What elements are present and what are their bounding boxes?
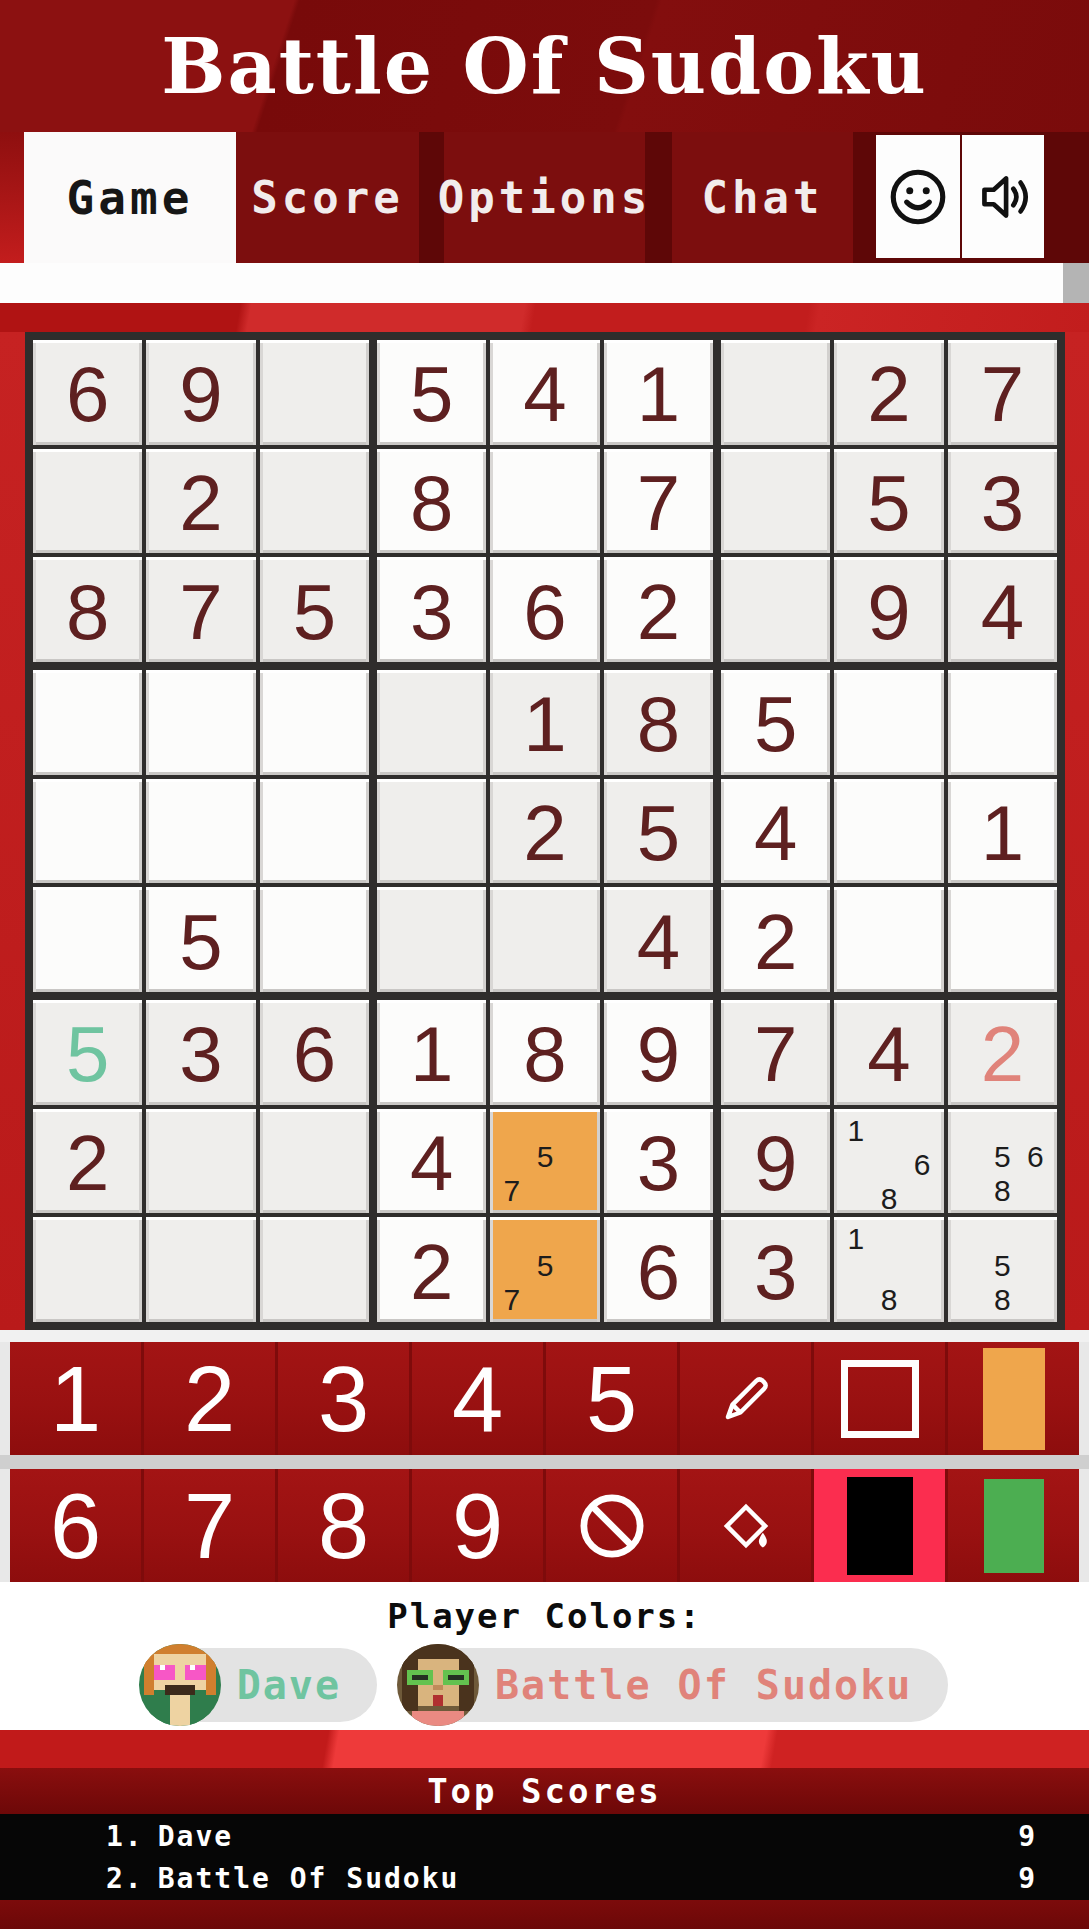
cell-value: 6 xyxy=(66,355,109,433)
pencil-mark-7: 7 xyxy=(495,1283,528,1317)
cell-r4c1[interactable] xyxy=(33,670,142,775)
cell-r3c7[interactable] xyxy=(721,557,830,662)
score-value: 9 xyxy=(1018,1820,1037,1853)
cell-r2c2[interactable]: 2 xyxy=(146,449,255,554)
paint-drop-icon xyxy=(710,1490,782,1562)
green-color-button[interactable] xyxy=(948,1469,1079,1582)
cell-r1c6[interactable]: 1 xyxy=(604,340,713,445)
score-row-2: 2. Battle Of Sudoku 9 xyxy=(0,1859,1089,1897)
pad-digit-6-label: 6 xyxy=(50,1480,101,1572)
cell-r6c2[interactable]: 5 xyxy=(146,887,255,992)
cell-r2c6[interactable]: 7 xyxy=(604,449,713,554)
pencil-mark-8: 8 xyxy=(986,1174,1019,1208)
cell-r5c9[interactable]: 1 xyxy=(948,779,1057,884)
pad-digit-8-button[interactable]: 8 xyxy=(278,1469,412,1582)
clear-highlight-button[interactable] xyxy=(814,1342,948,1455)
cell-r7c2[interactable]: 3 xyxy=(146,1000,255,1105)
cell-r9c6[interactable]: 6 xyxy=(604,1217,713,1322)
cell-r4c8[interactable] xyxy=(834,670,943,775)
top-scores-title: Top Scores xyxy=(0,1768,1089,1814)
cell-r4c3[interactable] xyxy=(260,670,369,775)
pencil-mark-8: 8 xyxy=(872,1182,905,1216)
cell-value: 7 xyxy=(179,573,222,651)
green-color-swatch xyxy=(984,1479,1044,1573)
board-block-3-1: 5362 xyxy=(33,1000,369,1322)
player-colors-heading: Player Colors: xyxy=(0,1582,1089,1636)
board-block-1-2: 54187362 xyxy=(377,340,713,662)
number-pad-row-1: 1 2 3 4 5 xyxy=(0,1342,1089,1455)
cell-value: 3 xyxy=(981,464,1024,542)
cell-r7c5[interactable]: 8 xyxy=(490,1000,599,1105)
cell-r9c9[interactable]: 58 xyxy=(948,1217,1057,1322)
cell-r2c3[interactable] xyxy=(260,449,369,554)
player-name-dave: Dave xyxy=(237,1662,341,1708)
cell-r5c4[interactable] xyxy=(377,779,486,884)
score-rank: 2. xyxy=(106,1862,144,1895)
cell-value: 7 xyxy=(981,355,1024,433)
cell-value: 5 xyxy=(179,903,222,981)
cell-r5c1[interactable] xyxy=(33,779,142,884)
pencil-mark-1: 1 xyxy=(839,1222,872,1256)
cell-r9c8[interactable]: 18 xyxy=(834,1217,943,1322)
tab-game[interactable]: Game xyxy=(24,132,236,263)
cell-value: 1 xyxy=(981,794,1024,872)
cell-value: 2 xyxy=(66,1124,109,1202)
player-badges-row: Dave xyxy=(0,1648,1089,1722)
cell-r5c6[interactable]: 5 xyxy=(604,779,713,884)
cell-r7c8[interactable]: 4 xyxy=(834,1000,943,1105)
cell-r3c2[interactable]: 7 xyxy=(146,557,255,662)
orange-highlight-button[interactable] xyxy=(948,1342,1079,1455)
cell-r4c4[interactable] xyxy=(377,670,486,775)
cell-r3c1[interactable]: 8 xyxy=(33,557,142,662)
cell-value: 5 xyxy=(867,464,910,542)
scrollbar-fragment xyxy=(1063,263,1089,303)
cell-r8c5[interactable]: 57 xyxy=(490,1109,599,1214)
tabbar-spacer xyxy=(853,132,876,263)
cell-r7c4[interactable]: 1 xyxy=(377,1000,486,1105)
pencil-marks: 57 xyxy=(495,1222,594,1317)
pad-digit-4-button[interactable]: 4 xyxy=(412,1342,546,1455)
emote-smiley-button[interactable] xyxy=(876,135,960,258)
cell-value: 4 xyxy=(754,794,797,872)
cell-r8c7[interactable]: 9 xyxy=(721,1109,830,1214)
erase-cell-button[interactable] xyxy=(546,1469,680,1582)
cell-r2c7[interactable] xyxy=(721,449,830,554)
cell-r4c9[interactable] xyxy=(948,670,1057,775)
pencil-mark-7: 7 xyxy=(495,1174,528,1208)
cell-value: 3 xyxy=(754,1233,797,1311)
smiley-face-icon xyxy=(885,164,951,230)
cell-r6c1[interactable] xyxy=(33,887,142,992)
cell-value: 3 xyxy=(410,573,453,651)
cell-value: 1 xyxy=(637,355,680,433)
cell-r3c6[interactable]: 2 xyxy=(604,557,713,662)
cell-r3c9[interactable]: 4 xyxy=(948,557,1057,662)
cell-r2c8[interactable]: 5 xyxy=(834,449,943,554)
cell-value: 2 xyxy=(523,794,566,872)
pad-digit-1-label: 1 xyxy=(50,1353,101,1445)
pencil-marks: 58 xyxy=(953,1222,1052,1317)
page-title: Battle Of Sudoku xyxy=(161,22,928,111)
pencil-mark-5: 5 xyxy=(528,1249,561,1283)
cell-r3c4[interactable]: 3 xyxy=(377,557,486,662)
cell-value: 6 xyxy=(637,1233,680,1311)
tabbar-left-accent xyxy=(0,132,24,263)
sound-toggle-button[interactable] xyxy=(962,135,1044,258)
player-badge-dave: Dave xyxy=(141,1648,377,1722)
player-name-opponent: Battle Of Sudoku xyxy=(495,1662,912,1708)
cell-r7c3[interactable]: 6 xyxy=(260,1000,369,1105)
cell-r3c5[interactable]: 6 xyxy=(490,557,599,662)
orange-color-swatch xyxy=(983,1348,1045,1450)
pencil-marks: 168 xyxy=(839,1114,938,1209)
board-block-3-3: 742916856831858 xyxy=(721,1000,1057,1322)
cell-value: 4 xyxy=(523,355,566,433)
cell-r9c3[interactable] xyxy=(260,1217,369,1322)
cell-value: 4 xyxy=(981,573,1024,651)
cell-r6c5[interactable] xyxy=(490,887,599,992)
cell-r5c2[interactable] xyxy=(146,779,255,884)
cell-value: 7 xyxy=(754,1015,797,1093)
tab-chat[interactable]: Chat xyxy=(672,132,853,263)
cell-r3c3[interactable]: 5 xyxy=(260,557,369,662)
cell-r6c6[interactable]: 4 xyxy=(604,887,713,992)
board-block-3-2: 18945732576 xyxy=(377,1000,713,1322)
cell-value: 5 xyxy=(66,1015,109,1093)
cell-r4c6[interactable]: 8 xyxy=(604,670,713,775)
pad-digit-9-label: 9 xyxy=(452,1480,503,1572)
score-player-name: Battle Of Sudoku xyxy=(158,1862,460,1895)
number-pad-row-2: 6 7 8 9 xyxy=(0,1469,1089,1582)
app-header: Battle Of Sudoku xyxy=(0,0,1089,132)
pad-rows-gap xyxy=(0,1455,1089,1469)
cell-value: 9 xyxy=(754,1124,797,1202)
cell-value: 9 xyxy=(179,355,222,433)
cell-value: 4 xyxy=(410,1124,453,1202)
board-area: 6928755418736227539451825454125362189457… xyxy=(0,332,1089,1330)
cell-value: 1 xyxy=(523,685,566,763)
cell-r8c6[interactable]: 3 xyxy=(604,1109,713,1214)
cell-r1c4[interactable]: 5 xyxy=(377,340,486,445)
cell-r8c2[interactable] xyxy=(146,1109,255,1214)
cell-value: 5 xyxy=(293,573,336,651)
cell-value: 9 xyxy=(637,1015,680,1093)
cell-r1c8[interactable]: 2 xyxy=(834,340,943,445)
board-block-2-3: 5412 xyxy=(721,670,1057,992)
cell-r8c4[interactable]: 4 xyxy=(377,1109,486,1214)
pad-digit-2-label: 2 xyxy=(184,1353,235,1445)
cell-value: 2 xyxy=(981,1015,1024,1093)
cell-value: 4 xyxy=(637,903,680,981)
battle-of-sudoku-app: Battle Of Sudoku Game Score Options Chat xyxy=(0,0,1089,1929)
cell-r7c6[interactable]: 9 xyxy=(604,1000,713,1105)
black-color-swatch xyxy=(847,1477,913,1575)
pencil-mark-5: 5 xyxy=(528,1140,561,1174)
pencil-mark-8: 8 xyxy=(986,1283,1019,1317)
pencil-mark-6: 6 xyxy=(1019,1140,1052,1174)
pad-digit-7-button[interactable]: 7 xyxy=(144,1469,278,1582)
top-scores-list: 1. Dave 9 2. Battle Of Sudoku 9 xyxy=(0,1814,1089,1900)
pad-digit-5-button[interactable]: 5 xyxy=(546,1342,680,1455)
cell-r1c3[interactable] xyxy=(260,340,369,445)
score-player-name: Dave xyxy=(158,1820,233,1853)
pad-digit-2-button[interactable]: 2 xyxy=(144,1342,278,1455)
cell-r7c7[interactable]: 7 xyxy=(721,1000,830,1105)
no-entry-icon xyxy=(576,1490,648,1562)
cell-r9c4[interactable]: 2 xyxy=(377,1217,486,1322)
board-pad-gap xyxy=(0,1330,1089,1342)
pencil-marks: 18 xyxy=(839,1222,938,1317)
cell-r4c2[interactable] xyxy=(146,670,255,775)
cell-r5c8[interactable] xyxy=(834,779,943,884)
cell-value: 8 xyxy=(66,573,109,651)
cell-value: 5 xyxy=(754,685,797,763)
pencil-mark-8: 8 xyxy=(872,1283,905,1317)
player-colors-section: Player Colors: xyxy=(0,1582,1089,1730)
cell-r1c7[interactable] xyxy=(721,340,830,445)
cell-r2c1[interactable] xyxy=(33,449,142,554)
pencil-mark-1: 1 xyxy=(839,1114,872,1148)
cell-value: 2 xyxy=(410,1233,453,1311)
cell-r6c9[interactable] xyxy=(948,887,1057,992)
pad-digit-9-button[interactable]: 9 xyxy=(412,1469,546,1582)
cell-value: 4 xyxy=(867,1015,910,1093)
cell-r6c3[interactable] xyxy=(260,887,369,992)
cell-r2c5[interactable] xyxy=(490,449,599,554)
player-badge-opponent: Battle Of Sudoku xyxy=(399,1648,948,1722)
cell-r2c9[interactable]: 3 xyxy=(948,449,1057,554)
cell-r1c9[interactable]: 7 xyxy=(948,340,1057,445)
cell-r8c8[interactable]: 168 xyxy=(834,1109,943,1214)
pad-digit-8-label: 8 xyxy=(318,1480,369,1572)
cell-value: 7 xyxy=(637,464,680,542)
board-block-2-1: 5 xyxy=(33,670,369,992)
pad-digit-4-label: 4 xyxy=(452,1353,503,1445)
score-rank: 1. xyxy=(106,1820,144,1853)
cell-r5c7[interactable]: 4 xyxy=(721,779,830,884)
pad-digit-7-label: 7 xyxy=(184,1480,235,1572)
speaker-volume-icon xyxy=(970,164,1036,230)
score-row-1: 1. Dave 9 xyxy=(0,1817,1089,1855)
board-block-1-3: 275394 xyxy=(721,340,1057,662)
red-accent-band-bottom xyxy=(0,1730,1089,1768)
board-block-2-2: 18254 xyxy=(377,670,713,992)
pencil-mark-6: 6 xyxy=(906,1148,939,1182)
cell-value: 9 xyxy=(867,573,910,651)
cell-value: 5 xyxy=(637,794,680,872)
pad-digit-3-button[interactable]: 3 xyxy=(278,1342,412,1455)
cell-r8c1[interactable]: 2 xyxy=(33,1109,142,1214)
cell-r6c7[interactable]: 2 xyxy=(721,887,830,992)
cell-r8c9[interactable]: 568 xyxy=(948,1109,1057,1214)
pencil-mode-button[interactable] xyxy=(680,1342,814,1455)
cell-value: 1 xyxy=(410,1015,453,1093)
cell-r1c2[interactable]: 9 xyxy=(146,340,255,445)
pencil-mark-5: 5 xyxy=(986,1249,1019,1283)
black-color-button-selected[interactable] xyxy=(814,1469,948,1582)
cell-r9c2[interactable] xyxy=(146,1217,255,1322)
cell-r6c4[interactable] xyxy=(377,887,486,992)
cell-r1c1[interactable]: 6 xyxy=(33,340,142,445)
tab-options[interactable]: Options xyxy=(444,132,645,263)
cell-r6c8[interactable] xyxy=(834,887,943,992)
cell-r4c7[interactable]: 5 xyxy=(721,670,830,775)
cell-r9c7[interactable]: 3 xyxy=(721,1217,830,1322)
cell-value: 3 xyxy=(637,1124,680,1202)
tabbar-right-pad xyxy=(1044,132,1089,263)
pencil-marks: 568 xyxy=(953,1114,1052,1209)
cell-value: 8 xyxy=(637,685,680,763)
avatar-opponent xyxy=(397,1644,479,1726)
footer-band xyxy=(0,1900,1089,1929)
cell-r2c4[interactable]: 8 xyxy=(377,449,486,554)
cell-value: 5 xyxy=(410,355,453,433)
cell-value: 6 xyxy=(523,573,566,651)
board-block-1-1: 692875 xyxy=(33,340,369,662)
red-accent-band xyxy=(0,303,1089,332)
cell-value: 2 xyxy=(867,355,910,433)
paint-tool-button[interactable] xyxy=(680,1469,814,1582)
outline-square-icon xyxy=(841,1360,919,1438)
pad-digit-5-label: 5 xyxy=(586,1353,637,1445)
cell-r8c3[interactable] xyxy=(260,1109,369,1214)
cell-value: 2 xyxy=(179,464,222,542)
tab-bar: Game Score Options Chat xyxy=(0,132,1089,263)
sudoku-board: 6928755418736227539451825454125362189457… xyxy=(25,332,1065,1330)
pad-digit-6-button[interactable]: 6 xyxy=(10,1469,144,1582)
pencil-mark-5: 5 xyxy=(986,1140,1019,1174)
cell-value: 3 xyxy=(179,1015,222,1093)
tab-score[interactable]: Score xyxy=(236,132,419,263)
cell-r4c5[interactable]: 1 xyxy=(490,670,599,775)
pencil-marks: 57 xyxy=(495,1114,594,1209)
cell-r7c9[interactable]: 2 xyxy=(948,1000,1057,1105)
cell-value: 6 xyxy=(293,1015,336,1093)
score-value: 9 xyxy=(1018,1862,1037,1895)
avatar-dave xyxy=(139,1644,221,1726)
pad-digit-1-button[interactable]: 1 xyxy=(10,1342,144,1455)
cell-value: 8 xyxy=(523,1015,566,1093)
pencil-icon xyxy=(710,1363,782,1435)
cell-value: 2 xyxy=(754,903,797,981)
cell-r7c1[interactable]: 5 xyxy=(33,1000,142,1105)
cell-r3c8[interactable]: 9 xyxy=(834,557,943,662)
white-gap-band xyxy=(0,263,1089,303)
cell-r1c5[interactable]: 4 xyxy=(490,340,599,445)
cell-value: 8 xyxy=(410,464,453,542)
cell-r5c5[interactable]: 2 xyxy=(490,779,599,884)
cell-r9c1[interactable] xyxy=(33,1217,142,1322)
cell-value: 2 xyxy=(637,573,680,651)
cell-r9c5[interactable]: 57 xyxy=(490,1217,599,1322)
cell-r5c3[interactable] xyxy=(260,779,369,884)
pad-digit-3-label: 3 xyxy=(318,1353,369,1445)
